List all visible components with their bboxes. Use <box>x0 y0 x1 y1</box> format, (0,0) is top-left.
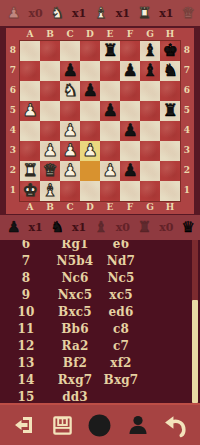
square-d6[interactable]: ♟ <box>80 81 100 101</box>
rank-label-8: 8 <box>181 40 193 60</box>
move-number[interactable]: 8 <box>0 271 52 285</box>
square-b5[interactable] <box>40 101 60 121</box>
player-button[interactable] <box>125 412 151 438</box>
captured-count: x1 <box>28 221 42 234</box>
black-move[interactable]: Nc5 <box>98 271 144 285</box>
rank-label-7: 7 <box>7 60 19 80</box>
square-d5[interactable] <box>80 101 100 121</box>
white-rook-captured-icon: ♜ <box>138 6 151 21</box>
square-e1[interactable] <box>100 181 120 201</box>
save-button[interactable] <box>49 412 75 438</box>
white-move[interactable]: Bf2 <box>52 356 98 370</box>
square-a1[interactable]: ♚ <box>20 181 40 201</box>
square-f3[interactable] <box>120 141 140 161</box>
captured-count: x1 <box>72 221 86 234</box>
white-move[interactable]: Nxc5 <box>52 288 98 302</box>
square-f6[interactable] <box>120 81 140 101</box>
square-a5[interactable]: ♟ <box>20 101 40 121</box>
person-body-icon <box>129 426 146 434</box>
black-knight-captured-icon: ♞ <box>51 220 64 235</box>
square-h8[interactable]: ♚ <box>160 41 180 61</box>
move-number[interactable]: 11 <box>0 322 52 336</box>
move-number[interactable]: 7 <box>0 254 52 268</box>
rank-label-6: 6 <box>181 80 193 100</box>
move-list[interactable]: 6Rg1e67N5b4Nd78Nc6Nc59Nxc5xc510Bxc5ed611… <box>0 240 200 403</box>
rank-label-4: 4 <box>181 120 193 140</box>
square-e3[interactable] <box>100 141 120 161</box>
rank-label-1: 1 <box>7 180 19 200</box>
move-row-6[interactable]: 6Rg1e6 <box>0 240 200 252</box>
square-d1[interactable] <box>80 181 100 201</box>
white-move[interactable]: Rg1 <box>52 240 98 251</box>
white-pawn-captured-icon: ♟ <box>7 6 20 21</box>
undo-curve-icon <box>172 421 184 435</box>
rank-label-3: 3 <box>181 140 193 160</box>
square-c2[interactable]: ♟ <box>60 161 80 181</box>
square-b6[interactable] <box>40 81 60 101</box>
file-label-b: B <box>40 29 60 40</box>
file-label-c: C <box>60 202 80 213</box>
white-move[interactable]: dd3 <box>52 390 98 404</box>
exit-button[interactable] <box>12 412 38 438</box>
square-d3[interactable]: ♟ <box>80 141 100 161</box>
rank-labels-right: 87654321 <box>181 40 193 202</box>
move-row-15[interactable]: 15dd3 <box>0 388 200 403</box>
board-frame: ABCDEFGH 87654321 ♜♝♚♟♟♝♞♞♟♟♟♜♟♟♟♟♟♜♛♟♟♟… <box>6 28 194 214</box>
file-label-a: A <box>20 29 40 40</box>
square-h5[interactable]: ♜ <box>160 101 180 121</box>
square-a7[interactable] <box>20 61 40 81</box>
white-knight-piece: ♞ <box>62 82 77 99</box>
black-rook-piece: ♜ <box>102 42 117 59</box>
white-pawn-piece: ♟ <box>102 162 117 179</box>
black-pawn-piece: ♟ <box>82 82 97 99</box>
rank-labels-left: 87654321 <box>7 40 19 202</box>
white-move[interactable]: N5b4 <box>52 254 98 268</box>
square-g8[interactable]: ♝ <box>140 41 160 61</box>
square-c1[interactable] <box>60 181 80 201</box>
white-bishop-piece: ♝ <box>42 182 57 199</box>
white-bishop-captured-icon: ♝ <box>94 6 107 21</box>
black-circle-icon <box>89 414 111 436</box>
captured-count: x0 <box>28 7 42 20</box>
square-h4[interactable] <box>160 121 180 141</box>
square-g7[interactable]: ♝ <box>140 61 160 81</box>
square-h7[interactable]: ♞ <box>160 61 180 81</box>
black-bishop-piece: ♝ <box>142 42 157 59</box>
black-rook-captured-icon: ♜ <box>138 220 151 235</box>
square-g3[interactable] <box>140 141 160 161</box>
move-row-14[interactable]: 14Rxg7Bxg7 <box>0 371 200 388</box>
square-h2[interactable] <box>160 161 180 181</box>
square-c3[interactable]: ♟ <box>60 141 80 161</box>
black-bishop-captured-icon: ♝ <box>94 220 107 235</box>
square-b8[interactable] <box>40 41 60 61</box>
square-g4[interactable] <box>140 121 160 141</box>
file-labels-bottom: ABCDEFGH <box>7 202 193 213</box>
square-c7[interactable]: ♟ <box>60 61 80 81</box>
move-number[interactable]: 9 <box>0 288 52 302</box>
square-b7[interactable] <box>40 61 60 81</box>
rank-label-5: 5 <box>181 100 193 120</box>
square-f2[interactable]: ♟ <box>120 161 140 181</box>
file-label-h: H <box>160 29 180 40</box>
file-label-g: G <box>140 29 160 40</box>
square-e6[interactable] <box>100 81 120 101</box>
square-g2[interactable] <box>140 161 160 181</box>
rank-label-2: 2 <box>181 160 193 180</box>
file-labels-top: ABCDEFGH <box>7 29 193 40</box>
file-label-e: E <box>100 202 120 213</box>
square-b2[interactable]: ♛ <box>40 161 60 181</box>
black-turn-indicator[interactable] <box>87 412 113 438</box>
square-a3[interactable] <box>20 141 40 161</box>
exit-arrow-icon <box>15 420 28 430</box>
square-f5[interactable] <box>120 101 140 121</box>
move-row-8[interactable]: 8Nc6Nc5 <box>0 269 200 286</box>
undo-button[interactable] <box>162 412 188 438</box>
captured-white-bar: ♟x0♞x1♝x1♜x1♛ <box>0 0 200 26</box>
black-move[interactable]: xc5 <box>98 288 144 302</box>
file-label-f: F <box>120 29 140 40</box>
square-c6[interactable]: ♞ <box>60 81 80 101</box>
white-king-piece: ♚ <box>22 182 37 199</box>
move-row-12[interactable]: 12Ra2c7 <box>0 337 200 354</box>
black-king-piece: ♚ <box>162 42 177 59</box>
square-a6[interactable] <box>20 81 40 101</box>
square-f7[interactable]: ♟ <box>120 61 140 81</box>
move-number[interactable]: 13 <box>0 356 52 370</box>
white-move[interactable]: Ra2 <box>52 339 98 353</box>
rank-label-2: 2 <box>7 160 19 180</box>
captured-count: x0 <box>116 221 130 234</box>
square-d2[interactable] <box>80 161 100 181</box>
black-move[interactable]: Bxg7 <box>98 373 144 387</box>
square-c4[interactable]: ♟ <box>60 121 80 141</box>
square-b4[interactable] <box>40 121 60 141</box>
move-number[interactable]: 14 <box>0 373 52 387</box>
white-pawn-piece: ♟ <box>42 142 57 159</box>
captured-count: x0 <box>159 221 173 234</box>
square-e7[interactable] <box>100 61 120 81</box>
person-head-icon <box>133 416 142 425</box>
move-list-rows: 6Rg1e67N5b4Nd78Nc6Nc59Nxc5xc510Bxc5ed611… <box>0 240 200 403</box>
rank-label-8: 8 <box>7 40 19 60</box>
white-pawn-piece: ♟ <box>82 142 97 159</box>
file-label-b: B <box>40 202 60 213</box>
captured-count: x1 <box>159 7 173 20</box>
black-bishop-piece: ♝ <box>142 62 157 79</box>
square-f8[interactable] <box>120 41 140 61</box>
white-queen-captured-icon: ♛ <box>181 6 194 21</box>
square-e4[interactable] <box>100 121 120 141</box>
square-h6[interactable] <box>160 81 180 101</box>
board: ♜♝♚♟♟♝♞♞♟♟♟♜♟♟♟♟♟♜♛♟♟♟♚♝ <box>19 40 181 202</box>
black-pawn-piece: ♟ <box>122 62 137 79</box>
white-queen-piece: ♛ <box>42 162 57 179</box>
square-d8[interactable] <box>80 41 100 61</box>
square-g1[interactable] <box>140 181 160 201</box>
white-pawn-piece: ♟ <box>62 122 77 139</box>
rank-label-3: 3 <box>7 140 19 160</box>
black-pawn-piece: ♟ <box>122 122 137 139</box>
square-c5[interactable] <box>60 101 80 121</box>
black-move[interactable]: xf2 <box>98 356 144 370</box>
move-number[interactable]: 15 <box>0 390 52 404</box>
file-label-d: D <box>80 29 100 40</box>
white-move[interactable]: Nc6 <box>52 271 98 285</box>
captured-count: x1 <box>72 7 86 20</box>
square-a4[interactable] <box>20 121 40 141</box>
white-knight-captured-icon: ♞ <box>51 6 64 21</box>
black-move[interactable]: c8 <box>98 322 144 336</box>
move-number[interactable]: 12 <box>0 339 52 353</box>
move-row-7[interactable]: 7N5b4Nd7 <box>0 252 200 269</box>
scrollbar-track[interactable] <box>192 240 198 403</box>
square-h1[interactable] <box>160 181 180 201</box>
white-pawn-piece: ♟ <box>62 162 77 179</box>
file-label-a: A <box>20 202 40 213</box>
captured-black-bar: ♟x1♞x1♝x0♜x0♛ <box>0 215 200 240</box>
square-g5[interactable] <box>140 101 160 121</box>
file-label-c: C <box>60 29 80 40</box>
square-f4[interactable]: ♟ <box>120 121 140 141</box>
file-label-e: E <box>100 29 120 40</box>
rank-label-1: 1 <box>181 180 193 200</box>
captured-count: x1 <box>116 7 130 20</box>
square-g6[interactable] <box>140 81 160 101</box>
square-h3[interactable] <box>160 141 180 161</box>
square-a2[interactable]: ♜ <box>20 161 40 181</box>
bottom-nav <box>0 403 200 445</box>
board-area: ABCDEFGH 87654321 ♜♝♚♟♟♝♞♞♟♟♟♜♟♟♟♟♟♜♛♟♟♟… <box>0 26 200 215</box>
scrollbar-thumb[interactable] <box>192 300 198 403</box>
black-move[interactable]: e6 <box>98 240 144 251</box>
black-queen-captured-icon: ♛ <box>181 220 194 235</box>
square-a8[interactable] <box>20 41 40 61</box>
square-c8[interactable] <box>60 41 80 61</box>
white-move[interactable]: Rxg7 <box>52 373 98 387</box>
file-label-g: G <box>140 202 160 213</box>
square-d7[interactable] <box>80 61 100 81</box>
square-d4[interactable] <box>80 121 100 141</box>
move-row-11[interactable]: 11Bb6c8 <box>0 320 200 337</box>
file-label-d: D <box>80 202 100 213</box>
square-e2[interactable]: ♟ <box>100 161 120 181</box>
rank-label-5: 5 <box>7 100 19 120</box>
white-pawn-piece: ♟ <box>62 142 77 159</box>
rank-label-7: 7 <box>181 60 193 80</box>
white-rook-piece: ♜ <box>22 162 37 179</box>
rank-label-4: 4 <box>7 120 19 140</box>
move-row-9[interactable]: 9Nxc5xc5 <box>0 286 200 303</box>
square-f1[interactable] <box>120 181 140 201</box>
black-rook-piece: ♜ <box>162 102 177 119</box>
square-e5[interactable]: ♟ <box>100 101 120 121</box>
black-move[interactable]: ed6 <box>98 305 144 319</box>
black-knight-piece: ♞ <box>162 62 177 79</box>
black-move[interactable]: c7 <box>98 339 144 353</box>
move-number[interactable]: 10 <box>0 305 52 319</box>
square-b3[interactable]: ♟ <box>40 141 60 161</box>
move-number[interactable]: 6 <box>0 240 52 251</box>
white-move[interactable]: Bxc5 <box>52 305 98 319</box>
file-label-f: F <box>120 202 140 213</box>
square-e8[interactable]: ♜ <box>100 41 120 61</box>
black-pawn-piece: ♟ <box>62 62 77 79</box>
black-pawn-piece: ♟ <box>102 102 117 119</box>
white-pawn-piece: ♟ <box>22 102 37 119</box>
square-b1[interactable]: ♝ <box>40 181 60 201</box>
black-move[interactable]: Nd7 <box>98 254 144 268</box>
move-row-10[interactable]: 10Bxc5ed6 <box>0 303 200 320</box>
white-move[interactable]: Bb6 <box>52 322 98 336</box>
file-label-h: H <box>160 202 180 213</box>
move-row-13[interactable]: 13Bf2xf2 <box>0 354 200 371</box>
rank-label-6: 6 <box>7 80 19 100</box>
black-pawn-captured-icon: ♟ <box>7 220 20 235</box>
black-pawn-piece: ♟ <box>122 162 137 179</box>
